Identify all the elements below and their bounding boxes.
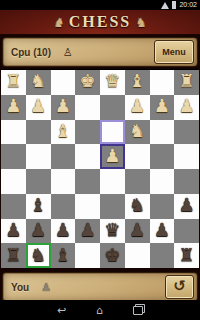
square-b4[interactable] xyxy=(150,144,175,169)
app-title: CHESS xyxy=(69,13,131,31)
black-piece-b: ♝ xyxy=(55,246,71,264)
square-a5[interactable] xyxy=(174,169,199,194)
square-g2[interactable]: ♟ xyxy=(26,95,51,120)
square-d8[interactable]: ♚ xyxy=(100,243,125,268)
white-piece-p: ♟ xyxy=(104,147,120,165)
white-piece-p: ♟ xyxy=(129,97,145,115)
square-a1[interactable]: ♜ xyxy=(174,70,199,95)
square-f2[interactable]: ♟ xyxy=(51,95,76,120)
square-d4[interactable]: ♟ xyxy=(100,144,125,169)
black-piece-p: ♟ xyxy=(55,221,71,239)
square-h2[interactable]: ♟ xyxy=(1,95,26,120)
white-piece-p: ♟ xyxy=(55,97,71,115)
home-icon[interactable]: ⌂ xyxy=(96,305,103,316)
black-piece-p: ♟ xyxy=(80,221,96,239)
square-h6[interactable] xyxy=(1,194,26,219)
clock: 20:02 xyxy=(179,0,197,10)
square-d3[interactable] xyxy=(100,120,125,145)
square-e7[interactable]: ♟ xyxy=(75,219,100,244)
square-c3[interactable]: ♞ xyxy=(125,120,150,145)
white-piece-q: ♛ xyxy=(104,72,120,90)
white-piece-k: ♚ xyxy=(80,72,96,90)
square-f8[interactable]: ♝ xyxy=(51,243,76,268)
square-g7[interactable]: ♟ xyxy=(26,219,51,244)
square-f3[interactable]: ♝ xyxy=(51,120,76,145)
square-b8[interactable] xyxy=(150,243,175,268)
undo-button[interactable]: ↺ xyxy=(165,275,194,299)
undo-icon: ↺ xyxy=(173,279,186,294)
black-piece-p: ♟ xyxy=(30,221,46,239)
square-f4[interactable] xyxy=(51,144,76,169)
back-icon[interactable]: ↩ xyxy=(57,305,66,316)
black-piece-q: ♛ xyxy=(104,221,120,239)
square-e4[interactable] xyxy=(75,144,100,169)
square-g6[interactable]: ♝ xyxy=(26,194,51,219)
wifi-icon xyxy=(161,2,169,9)
square-d6[interactable] xyxy=(100,194,125,219)
square-d1[interactable]: ♛ xyxy=(100,70,125,95)
square-a4[interactable] xyxy=(174,144,199,169)
square-d5[interactable] xyxy=(100,169,125,194)
square-c2[interactable]: ♟ xyxy=(125,95,150,120)
android-nav-bar: ↩ ⌂ xyxy=(0,300,200,320)
black-piece-n: ♞ xyxy=(129,196,145,214)
square-a8[interactable]: ♜ xyxy=(174,243,199,268)
app-title-bar: ♞ CHESS ♞ xyxy=(0,10,200,35)
cpu-label: Cpu (10) xyxy=(11,47,51,58)
square-c4[interactable] xyxy=(125,144,150,169)
you-color-pawn-icon: ♟ xyxy=(41,282,51,293)
black-piece-n: ♞ xyxy=(30,246,46,264)
square-d7[interactable]: ♛ xyxy=(100,219,125,244)
square-h5[interactable] xyxy=(1,169,26,194)
white-piece-r: ♜ xyxy=(179,72,195,90)
square-h3[interactable] xyxy=(1,120,26,145)
cpu-color-pawn-icon: ♙ xyxy=(63,47,73,58)
square-a2[interactable]: ♟ xyxy=(174,95,199,120)
black-piece-k: ♚ xyxy=(104,246,120,264)
square-b3[interactable] xyxy=(150,120,175,145)
square-h7[interactable]: ♟ xyxy=(1,219,26,244)
square-b5[interactable] xyxy=(150,169,175,194)
black-piece-p: ♟ xyxy=(179,196,195,214)
menu-button[interactable]: Menu xyxy=(154,40,194,64)
black-piece-b: ♝ xyxy=(30,196,46,214)
you-label: You xyxy=(11,282,29,293)
square-e8[interactable] xyxy=(75,243,100,268)
square-g3[interactable] xyxy=(26,120,51,145)
black-piece-p: ♟ xyxy=(5,221,21,239)
chess-board: ♜♞♚♛♝♜♟♟♟♟♟♟♝♞♟♝♞♟♟♟♟♟♛♟♟♜♞♝♚♜ xyxy=(1,69,199,268)
white-piece-p: ♟ xyxy=(30,97,46,115)
square-b6[interactable] xyxy=(150,194,175,219)
square-a6[interactable]: ♟ xyxy=(174,194,199,219)
square-g5[interactable] xyxy=(26,169,51,194)
square-b2[interactable]: ♟ xyxy=(150,95,175,120)
square-h4[interactable] xyxy=(1,144,26,169)
square-c7[interactable]: ♟ xyxy=(125,219,150,244)
white-piece-p: ♟ xyxy=(179,97,195,115)
square-g8[interactable]: ♞ xyxy=(26,243,51,268)
app-screen: 20:02 ♞ CHESS ♞ Cpu (10) ♙ Menu ♜♞♚♛♝♜♟♟… xyxy=(0,0,200,320)
white-piece-p: ♟ xyxy=(5,97,21,115)
white-piece-n: ♞ xyxy=(30,72,46,90)
white-piece-b: ♝ xyxy=(55,122,71,140)
white-piece-n: ♞ xyxy=(129,122,145,140)
knight-ornament-left-icon: ♞ xyxy=(53,16,65,29)
black-piece-p: ♟ xyxy=(129,221,145,239)
square-c8[interactable] xyxy=(125,243,150,268)
cpu-player-bar: Cpu (10) ♙ Menu xyxy=(2,37,198,67)
you-player-bar: You ♟ ↺ xyxy=(2,272,198,302)
square-h1[interactable]: ♜ xyxy=(1,70,26,95)
square-g1[interactable]: ♞ xyxy=(26,70,51,95)
black-piece-p: ♟ xyxy=(154,221,170,239)
recents-icon[interactable] xyxy=(133,306,143,315)
square-f5[interactable] xyxy=(51,169,76,194)
square-e5[interactable] xyxy=(75,169,100,194)
square-f1[interactable] xyxy=(51,70,76,95)
square-e6[interactable] xyxy=(75,194,100,219)
battery-icon xyxy=(172,2,176,9)
white-piece-b: ♝ xyxy=(129,72,145,90)
white-piece-r: ♜ xyxy=(5,72,21,90)
square-b7[interactable]: ♟ xyxy=(150,219,175,244)
square-c5[interactable] xyxy=(125,169,150,194)
black-piece-r: ♜ xyxy=(5,246,21,264)
square-f7[interactable]: ♟ xyxy=(51,219,76,244)
knight-ornament-right-icon: ♞ xyxy=(135,16,147,29)
square-f6[interactable] xyxy=(51,194,76,219)
black-piece-r: ♜ xyxy=(179,246,195,264)
square-d2[interactable] xyxy=(100,95,125,120)
square-b1[interactable] xyxy=(150,70,175,95)
square-a7[interactable] xyxy=(174,219,199,244)
square-g4[interactable] xyxy=(26,144,51,169)
square-c6[interactable]: ♞ xyxy=(125,194,150,219)
square-c1[interactable]: ♝ xyxy=(125,70,150,95)
square-e1[interactable]: ♚ xyxy=(75,70,100,95)
square-e3[interactable] xyxy=(75,120,100,145)
square-a3[interactable] xyxy=(174,120,199,145)
status-bar: 20:02 xyxy=(0,0,200,10)
square-h8[interactable]: ♜ xyxy=(1,243,26,268)
square-e2[interactable] xyxy=(75,95,100,120)
white-piece-p: ♟ xyxy=(154,97,170,115)
